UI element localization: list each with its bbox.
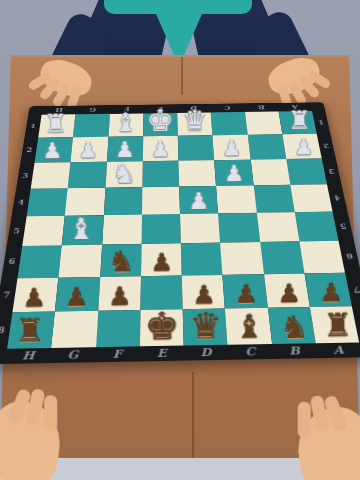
square-b7[interactable]: ♟ <box>263 273 309 307</box>
piece-bB-c8[interactable]: ♝ <box>235 311 264 344</box>
square-d8[interactable]: ♛ <box>183 308 228 345</box>
square-d6[interactable] <box>181 243 223 275</box>
square-f8[interactable] <box>96 310 141 347</box>
square-c7[interactable]: ♟ <box>223 274 268 309</box>
piece-bN-f6[interactable]: ♞ <box>107 246 133 275</box>
piece-wP-d4[interactable]: ♟ <box>188 190 209 213</box>
square-g8[interactable] <box>51 311 97 348</box>
square-a8[interactable]: ♜ <box>310 306 360 343</box>
square-h3[interactable] <box>31 162 71 189</box>
square-d5[interactable] <box>180 213 220 243</box>
square-b5[interactable] <box>256 212 299 242</box>
square-b3[interactable] <box>250 159 290 185</box>
square-e8[interactable]: ♚ <box>140 309 184 346</box>
coordinate-label: E <box>139 346 184 362</box>
square-a6[interactable] <box>299 241 345 273</box>
coordinate-label: A <box>315 342 360 358</box>
square-h4[interactable] <box>27 188 68 216</box>
piece-bN-b8[interactable]: ♞ <box>279 311 307 342</box>
square-b1[interactable] <box>245 112 282 135</box>
piece-wR-a1[interactable]: ♜ <box>288 108 311 134</box>
board-frame: HGFEDCBA 12345678 12345678 HGFEDCBA ♜♝♚♛… <box>0 102 360 364</box>
square-f4[interactable] <box>103 187 142 215</box>
coordinate-label: F <box>109 105 143 113</box>
board-perspective-area: HGFEDCBA 12345678 12345678 HGFEDCBA ♜♝♚♛… <box>0 46 360 426</box>
square-g7[interactable]: ♟ <box>55 277 100 312</box>
coordinate-label: D <box>184 345 229 361</box>
square-a2[interactable]: ♟ <box>282 134 322 159</box>
piece-wP-e2[interactable]: ♟ <box>151 138 171 160</box>
piece-wP-f2[interactable]: ♟ <box>115 139 135 161</box>
square-c4[interactable] <box>216 185 256 213</box>
square-d2[interactable] <box>178 135 215 160</box>
coordinate-label: G <box>50 347 96 363</box>
square-e5[interactable] <box>141 214 181 244</box>
square-c3[interactable]: ♟ <box>214 159 253 185</box>
piece-wP-c2[interactable]: ♟ <box>222 137 242 159</box>
piece-bP-e6[interactable]: ♟ <box>150 250 172 275</box>
square-a4[interactable] <box>290 184 332 212</box>
chess-board: HGFEDCBA 12345678 12345678 HGFEDCBA ♜♝♚♛… <box>0 102 360 364</box>
square-f1[interactable]: ♝ <box>108 113 143 137</box>
square-h7[interactable]: ♟ <box>13 277 59 312</box>
piece-bQ-d8[interactable]: ♛ <box>189 308 221 344</box>
square-c2[interactable]: ♟ <box>213 135 251 160</box>
square-a5[interactable] <box>294 212 338 242</box>
coordinate-label: D <box>177 104 211 112</box>
square-c5[interactable] <box>218 213 260 243</box>
piece-bR-a8[interactable]: ♜ <box>322 309 351 342</box>
square-a3[interactable] <box>286 158 327 184</box>
coordinate-label: B <box>244 103 279 111</box>
square-d1[interactable]: ♛ <box>177 112 212 135</box>
square-h8[interactable]: ♜ <box>7 311 55 348</box>
square-h6[interactable] <box>18 245 62 277</box>
square-c1[interactable] <box>211 112 247 135</box>
chess-app-screen: HGFEDCBA 12345678 12345678 HGFEDCBA ♜♝♚♛… <box>0 0 360 480</box>
piece-bP-a7[interactable]: ♟ <box>319 280 342 306</box>
square-e1[interactable]: ♚ <box>143 113 178 136</box>
square-e4[interactable] <box>142 186 180 214</box>
piece-wR-h1[interactable]: ♜ <box>44 111 67 137</box>
coordinate-label: A <box>277 103 312 111</box>
square-d4[interactable]: ♟ <box>179 186 218 214</box>
piece-wP-c3[interactable]: ♟ <box>224 162 244 185</box>
piece-bP-b7[interactable]: ♟ <box>277 281 300 307</box>
square-c8[interactable]: ♝ <box>225 308 272 345</box>
square-b4[interactable] <box>253 185 294 213</box>
coordinate-label: E <box>143 105 177 113</box>
coordinate-label: H <box>42 106 77 114</box>
coordinate-label: F <box>95 346 140 362</box>
piece-bP-h7[interactable]: ♟ <box>22 285 45 311</box>
square-e6[interactable]: ♟ <box>141 244 182 276</box>
square-d3[interactable] <box>178 160 216 186</box>
coordinate-label: H <box>5 348 51 364</box>
square-h1[interactable]: ♜ <box>38 114 75 138</box>
square-h5[interactable] <box>22 216 65 246</box>
square-g3[interactable] <box>68 161 107 188</box>
piece-bR-h8[interactable]: ♜ <box>14 315 44 348</box>
square-b8[interactable]: ♞ <box>267 307 315 344</box>
player-right-hand <box>293 403 360 480</box>
piece-wN-f3[interactable]: ♞ <box>111 160 135 186</box>
coordinate-label: G <box>76 106 110 114</box>
player-left-hand <box>0 398 65 480</box>
square-f6[interactable]: ♞ <box>100 244 142 276</box>
square-g2[interactable]: ♟ <box>71 137 108 162</box>
square-g6[interactable] <box>59 245 102 277</box>
piece-wP-g2[interactable]: ♟ <box>79 139 99 161</box>
piece-bP-c7[interactable]: ♟ <box>234 281 257 307</box>
square-b6[interactable] <box>260 242 304 274</box>
square-f3[interactable]: ♞ <box>105 161 143 188</box>
piece-wP-a2[interactable]: ♟ <box>294 136 314 158</box>
square-f5[interactable] <box>102 215 142 245</box>
piece-wP-h2[interactable]: ♟ <box>43 140 63 162</box>
piece-bP-f7[interactable]: ♟ <box>107 284 130 310</box>
square-b2[interactable] <box>247 134 286 159</box>
square-e2[interactable]: ♟ <box>143 136 179 161</box>
piece-bP-g7[interactable]: ♟ <box>65 284 88 310</box>
piece-wB-f1[interactable]: ♝ <box>114 110 137 136</box>
coordinate-label: C <box>210 104 244 112</box>
piece-wB-g5[interactable]: ♝ <box>68 215 94 244</box>
coordinate-label: B <box>272 343 318 359</box>
coordinate-label: C <box>228 344 274 360</box>
square-g5[interactable]: ♝ <box>62 215 103 245</box>
piece-bK-e8[interactable]: ♚ <box>144 307 179 346</box>
square-c6[interactable] <box>220 242 263 274</box>
square-e3[interactable] <box>142 160 179 187</box>
board-grid: ♜♝♚♛♜♟♟♟♟♟♟♞♟♟♝♞♟♟♟♟♟♟♟♟♜♚♛♝♞♜ <box>7 111 359 349</box>
square-g1[interactable] <box>73 114 109 138</box>
square-a1[interactable]: ♜ <box>278 111 316 134</box>
square-f7[interactable]: ♟ <box>98 276 141 311</box>
square-a7[interactable]: ♟ <box>304 272 352 306</box>
square-h2[interactable]: ♟ <box>35 137 74 162</box>
